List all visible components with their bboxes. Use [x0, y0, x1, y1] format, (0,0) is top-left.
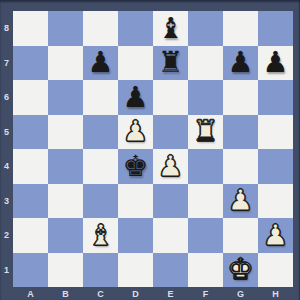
square-f3[interactable]	[188, 184, 223, 219]
piece-black-pawn[interactable]: ♟	[83, 46, 118, 81]
square-h7[interactable]: ♟	[258, 46, 293, 81]
square-d3[interactable]	[118, 184, 153, 219]
square-h6[interactable]	[258, 80, 293, 115]
square-e8[interactable]: ♝	[153, 11, 188, 46]
piece-black-rook[interactable]: ♜	[153, 46, 188, 81]
square-g8[interactable]	[223, 11, 258, 46]
square-c7[interactable]: ♟	[83, 46, 118, 81]
square-a2[interactable]	[13, 218, 48, 253]
rank-label-7: 7	[0, 46, 13, 81]
piece-black-bishop[interactable]: ♝	[153, 11, 188, 46]
file-label-c: C	[83, 287, 118, 300]
square-e2[interactable]	[153, 218, 188, 253]
file-label-b: B	[48, 287, 83, 300]
square-g4[interactable]	[223, 149, 258, 184]
square-b1[interactable]	[48, 253, 83, 288]
square-h1[interactable]	[258, 253, 293, 288]
square-e1[interactable]	[153, 253, 188, 288]
square-e6[interactable]	[153, 80, 188, 115]
square-b5[interactable]	[48, 115, 83, 150]
square-d4[interactable]: ♚	[118, 149, 153, 184]
square-d7[interactable]	[118, 46, 153, 81]
piece-white-pawn[interactable]: ♟	[153, 149, 188, 184]
square-h4[interactable]	[258, 149, 293, 184]
file-label-f: F	[188, 287, 223, 300]
square-h3[interactable]	[258, 184, 293, 219]
square-g2[interactable]	[223, 218, 258, 253]
square-a4[interactable]	[13, 149, 48, 184]
square-f1[interactable]	[188, 253, 223, 288]
square-a3[interactable]	[13, 184, 48, 219]
square-d8[interactable]	[118, 11, 153, 46]
rank-labels: 87654321	[0, 11, 13, 287]
piece-white-king[interactable]: ♚	[223, 253, 258, 288]
square-c6[interactable]	[83, 80, 118, 115]
piece-black-king[interactable]: ♚	[118, 149, 153, 184]
square-f8[interactable]	[188, 11, 223, 46]
square-g5[interactable]	[223, 115, 258, 150]
square-b7[interactable]	[48, 46, 83, 81]
square-g7[interactable]: ♟	[223, 46, 258, 81]
square-b8[interactable]	[48, 11, 83, 46]
square-b3[interactable]	[48, 184, 83, 219]
square-f2[interactable]	[188, 218, 223, 253]
square-d6[interactable]: ♟	[118, 80, 153, 115]
piece-white-pawn[interactable]: ♟	[258, 218, 293, 253]
square-c1[interactable]	[83, 253, 118, 288]
piece-black-pawn[interactable]: ♟	[258, 46, 293, 81]
piece-white-bishop[interactable]: ♝	[83, 218, 118, 253]
file-label-a: A	[13, 287, 48, 300]
square-d5[interactable]: ♟	[118, 115, 153, 150]
square-h8[interactable]	[258, 11, 293, 46]
square-b4[interactable]	[48, 149, 83, 184]
square-h2[interactable]: ♟	[258, 218, 293, 253]
square-f6[interactable]	[188, 80, 223, 115]
square-c8[interactable]	[83, 11, 118, 46]
square-a6[interactable]	[13, 80, 48, 115]
chess-board-frame: 87654321 ABCDEFGH ♝♟♜♟♟♟♟♜♚♟♟♝♟♚	[0, 0, 300, 300]
file-label-e: E	[153, 287, 188, 300]
piece-white-rook[interactable]: ♜	[188, 115, 223, 150]
chess-board: ♝♟♜♟♟♟♟♜♚♟♟♝♟♚	[13, 11, 293, 287]
square-d1[interactable]	[118, 253, 153, 288]
square-f7[interactable]	[188, 46, 223, 81]
square-d2[interactable]	[118, 218, 153, 253]
square-b6[interactable]	[48, 80, 83, 115]
square-e4[interactable]: ♟	[153, 149, 188, 184]
square-c5[interactable]	[83, 115, 118, 150]
square-b2[interactable]	[48, 218, 83, 253]
rank-label-2: 2	[0, 218, 13, 253]
square-c2[interactable]: ♝	[83, 218, 118, 253]
square-a1[interactable]	[13, 253, 48, 288]
piece-white-pawn[interactable]: ♟	[118, 115, 153, 150]
square-a7[interactable]	[13, 46, 48, 81]
square-f4[interactable]	[188, 149, 223, 184]
file-label-h: H	[258, 287, 293, 300]
rank-label-8: 8	[0, 11, 13, 46]
square-e3[interactable]	[153, 184, 188, 219]
square-f5[interactable]: ♜	[188, 115, 223, 150]
square-c4[interactable]	[83, 149, 118, 184]
square-g3[interactable]: ♟	[223, 184, 258, 219]
square-e5[interactable]	[153, 115, 188, 150]
file-label-g: G	[223, 287, 258, 300]
square-e7[interactable]: ♜	[153, 46, 188, 81]
square-a5[interactable]	[13, 115, 48, 150]
square-g6[interactable]	[223, 80, 258, 115]
square-h5[interactable]	[258, 115, 293, 150]
rank-label-5: 5	[0, 115, 13, 150]
piece-black-pawn[interactable]: ♟	[118, 80, 153, 115]
piece-white-pawn[interactable]: ♟	[223, 184, 258, 219]
square-g1[interactable]: ♚	[223, 253, 258, 288]
rank-label-3: 3	[0, 184, 13, 219]
rank-label-4: 4	[0, 149, 13, 184]
square-c3[interactable]	[83, 184, 118, 219]
piece-black-pawn[interactable]: ♟	[223, 46, 258, 81]
rank-label-6: 6	[0, 80, 13, 115]
rank-label-1: 1	[0, 253, 13, 288]
file-labels: ABCDEFGH	[13, 287, 293, 300]
file-label-d: D	[118, 287, 153, 300]
square-a8[interactable]	[13, 11, 48, 46]
